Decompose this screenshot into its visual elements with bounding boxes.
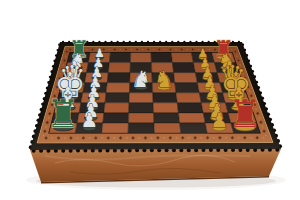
svg-text:♞: ♞	[131, 66, 151, 92]
piece-white-knight-d4[interactable]: ♞	[131, 66, 151, 92]
piece-white-pawn-h2[interactable]: ♟	[81, 109, 99, 132]
chess-set-product-photo: ♜♟♟♜♞♟♟♞♝♟♟♝♛♟♞♞♟♛♚♟♟♚♝♟♟♝♟♟♜♟♟♜	[0, 0, 300, 200]
piece-black-knight-d5[interactable]: ♞	[154, 66, 174, 92]
board-photo-svg: ♜♟♟♜♞♟♟♞♝♟♟♝♛♟♞♞♟♛♚♟♟♚♝♟♟♝♟♟♜♟♟♜	[0, 0, 300, 200]
svg-text:♞: ♞	[154, 66, 174, 92]
svg-text:♜: ♜	[46, 92, 80, 136]
piece-black-rook-h8[interactable]: ♜	[228, 92, 262, 136]
svg-text:♟: ♟	[210, 109, 228, 132]
svg-text:♟: ♟	[81, 109, 99, 132]
svg-text:♜: ♜	[228, 92, 262, 136]
piece-white-rook-h1[interactable]: ♜	[46, 92, 80, 136]
piece-black-pawn-h7[interactable]: ♟	[210, 109, 228, 132]
